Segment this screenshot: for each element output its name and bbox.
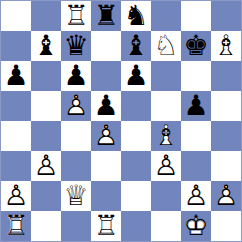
piece-white-rook: ♜♖	[61, 1, 91, 31]
piece-white-bishop: ♝♗	[211, 31, 241, 61]
square-g1[interactable]: ♚♔	[181, 211, 211, 241]
piece-white-rook: ♜♖	[1, 211, 31, 241]
square-f1[interactable]	[151, 211, 181, 241]
square-e1[interactable]	[121, 211, 151, 241]
piece-black-pawn: ♟	[121, 61, 151, 91]
piece-black-pawn: ♟	[1, 61, 31, 91]
square-f6[interactable]	[151, 61, 181, 91]
piece-white-rook: ♜♖	[91, 211, 121, 241]
square-a8[interactable]	[1, 1, 31, 31]
square-b1[interactable]	[31, 211, 61, 241]
square-f5[interactable]	[151, 91, 181, 121]
square-h8[interactable]	[211, 1, 241, 31]
square-e3[interactable]	[121, 151, 151, 181]
square-h3[interactable]	[211, 151, 241, 181]
square-f2[interactable]	[151, 181, 181, 211]
piece-black-king: ♚	[181, 31, 211, 61]
square-f8[interactable]	[151, 1, 181, 31]
piece-white-queen: ♛♕	[61, 181, 91, 211]
square-b7[interactable]: ♝	[31, 31, 61, 61]
square-c4[interactable]	[61, 121, 91, 151]
piece-black-queen: ♛	[61, 31, 91, 61]
piece-black-pawn: ♟	[181, 91, 211, 121]
chess-board: ♜♖♜♞♝♛♝♞♘♚♝♗♟♟♟♟♙♟♟♟♙♝♗♟♙♟♙♟♙♛♕♟♙♟♙♜♖♜♖♚…	[0, 0, 242, 242]
piece-white-pawn: ♟♙	[1, 181, 31, 211]
square-d6[interactable]	[91, 61, 121, 91]
square-c1[interactable]	[61, 211, 91, 241]
square-h2[interactable]: ♟♙	[211, 181, 241, 211]
piece-white-pawn: ♟♙	[61, 91, 91, 121]
square-g6[interactable]	[181, 61, 211, 91]
square-d7[interactable]	[91, 31, 121, 61]
square-h1[interactable]	[211, 211, 241, 241]
piece-black-rook: ♜	[91, 1, 121, 31]
square-g7[interactable]: ♚	[181, 31, 211, 61]
square-f7[interactable]: ♞♘	[151, 31, 181, 61]
square-a7[interactable]	[1, 31, 31, 61]
piece-white-pawn: ♟♙	[151, 151, 181, 181]
piece-white-pawn: ♟♙	[211, 181, 241, 211]
square-d1[interactable]: ♜♖	[91, 211, 121, 241]
piece-black-bishop: ♝	[121, 31, 151, 61]
square-h5[interactable]	[211, 91, 241, 121]
square-h6[interactable]	[211, 61, 241, 91]
piece-black-bishop: ♝	[31, 31, 61, 61]
piece-white-knight: ♞♘	[151, 31, 181, 61]
square-c3[interactable]	[61, 151, 91, 181]
square-g5[interactable]: ♟	[181, 91, 211, 121]
square-a1[interactable]: ♜♖	[1, 211, 31, 241]
square-d4[interactable]: ♟♙	[91, 121, 121, 151]
piece-black-pawn: ♟	[61, 61, 91, 91]
square-a3[interactable]	[1, 151, 31, 181]
square-a6[interactable]: ♟	[1, 61, 31, 91]
square-c5[interactable]: ♟♙	[61, 91, 91, 121]
square-a5[interactable]	[1, 91, 31, 121]
square-g2[interactable]: ♟♙	[181, 181, 211, 211]
square-b8[interactable]	[31, 1, 61, 31]
square-h7[interactable]: ♝♗	[211, 31, 241, 61]
square-g8[interactable]	[181, 1, 211, 31]
square-g4[interactable]	[181, 121, 211, 151]
square-c6[interactable]: ♟	[61, 61, 91, 91]
piece-black-knight: ♞	[121, 1, 151, 31]
square-b4[interactable]	[31, 121, 61, 151]
piece-white-pawn: ♟♙	[91, 121, 121, 151]
piece-white-king: ♚♔	[181, 211, 211, 241]
square-f4[interactable]: ♝♗	[151, 121, 181, 151]
square-d3[interactable]	[91, 151, 121, 181]
square-d8[interactable]: ♜	[91, 1, 121, 31]
piece-white-bishop: ♝♗	[151, 121, 181, 151]
square-c8[interactable]: ♜♖	[61, 1, 91, 31]
square-b2[interactable]	[31, 181, 61, 211]
square-d2[interactable]	[91, 181, 121, 211]
square-e2[interactable]	[121, 181, 151, 211]
square-a4[interactable]	[1, 121, 31, 151]
square-c7[interactable]: ♛	[61, 31, 91, 61]
square-e4[interactable]	[121, 121, 151, 151]
square-b3[interactable]: ♟♙	[31, 151, 61, 181]
square-a2[interactable]: ♟♙	[1, 181, 31, 211]
square-e8[interactable]: ♞	[121, 1, 151, 31]
square-e5[interactable]	[121, 91, 151, 121]
piece-white-pawn: ♟♙	[181, 181, 211, 211]
square-c2[interactable]: ♛♕	[61, 181, 91, 211]
square-d5[interactable]: ♟	[91, 91, 121, 121]
square-g3[interactable]	[181, 151, 211, 181]
piece-black-pawn: ♟	[91, 91, 121, 121]
square-e7[interactable]: ♝	[121, 31, 151, 61]
square-b5[interactable]	[31, 91, 61, 121]
square-e6[interactable]: ♟	[121, 61, 151, 91]
square-b6[interactable]	[31, 61, 61, 91]
square-f3[interactable]: ♟♙	[151, 151, 181, 181]
square-h4[interactable]	[211, 121, 241, 151]
piece-white-pawn: ♟♙	[31, 151, 61, 181]
